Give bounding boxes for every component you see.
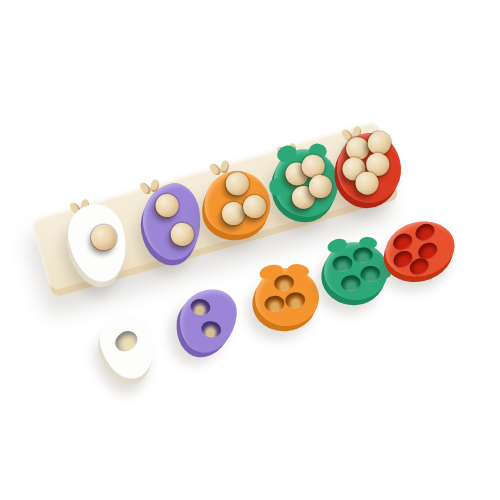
counting-hole [263,295,285,314]
red-top-piece-5-holes [380,214,461,283]
wooden-peg [168,221,195,248]
wooden-peg [225,171,251,197]
counting-hole [111,327,141,355]
wooden-peg [220,201,246,227]
green-top-piece-4-holes [322,240,390,302]
counting-hole [189,297,212,317]
wooden-peg [355,171,380,196]
counting-hole [332,254,354,273]
counting-hole [359,265,381,284]
wooden-peg [242,194,268,220]
wooden-peg [88,222,118,252]
counting-hole [200,320,223,340]
wooden-peg [367,130,392,155]
product-photo-scene [0,0,500,500]
counting-hole [413,220,438,244]
orange-top-piece-3-holes [253,266,321,328]
counting-hole [339,274,361,293]
counting-hole [273,274,295,293]
white-top-piece-1-hole [94,309,162,385]
counting-hole [285,291,307,310]
leaf-bump [326,236,349,255]
wooden-peg [154,192,181,219]
purple-top-piece-2-holes [177,286,239,356]
counting-hole [352,246,374,265]
